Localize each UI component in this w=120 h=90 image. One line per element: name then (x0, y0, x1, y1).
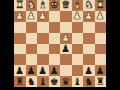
white-rook-icon: ♜ (15, 0, 24, 10)
white-pawn-icon: ♟ (38, 11, 47, 21)
black-pawn-icon: ♟ (38, 65, 47, 75)
square-g2[interactable]: ♟ (26, 11, 38, 22)
square-h2[interactable]: ♟ (14, 11, 26, 22)
black-pawn-icon: ♟ (96, 65, 105, 75)
white-knight-icon: ♞ (84, 0, 93, 10)
square-e1[interactable]: ♚ (49, 0, 61, 11)
square-c8[interactable]: ♝ (72, 76, 84, 87)
square-h8[interactable]: ♜ (14, 76, 26, 87)
black-queen-icon: ♛ (61, 76, 70, 86)
black-rook-icon: ♜ (96, 76, 105, 86)
square-f2[interactable]: ♟ (37, 11, 49, 22)
square-e2[interactable] (49, 11, 61, 22)
black-pawn-icon: ♟ (61, 43, 70, 53)
black-pawn-icon: ♟ (15, 65, 24, 75)
black-knight-icon: ♞ (84, 76, 93, 86)
square-g8[interactable]: ♞ (26, 76, 38, 87)
square-f4[interactable] (37, 33, 49, 44)
square-b3[interactable] (83, 22, 95, 33)
square-a4[interactable] (95, 33, 107, 44)
white-pawn-icon: ♟ (15, 11, 24, 21)
white-pawn-icon: ♟ (73, 11, 82, 21)
black-pawn-icon: ♟ (50, 65, 59, 75)
letterbox-strip (0, 87, 120, 90)
square-f8[interactable]: ♝ (37, 76, 49, 87)
square-c5[interactable] (72, 44, 84, 55)
square-b5[interactable] (83, 44, 95, 55)
white-queen-icon: ♛ (61, 0, 70, 10)
black-king-icon: ♚ (50, 76, 59, 86)
square-e8[interactable]: ♚ (49, 76, 61, 87)
white-pawn-icon: ♟ (61, 33, 70, 43)
square-d6[interactable] (60, 54, 72, 65)
black-bishop-icon: ♝ (73, 76, 82, 86)
square-d2[interactable] (60, 11, 72, 22)
white-rook-icon: ♜ (96, 0, 105, 10)
square-b2[interactable]: ♟ (83, 11, 95, 22)
square-a8[interactable]: ♜ (95, 76, 107, 87)
square-d5[interactable]: ♟ (60, 44, 72, 55)
square-e4[interactable] (49, 33, 61, 44)
white-pawn-icon: ♟ (84, 11, 93, 21)
black-rook-icon: ♜ (15, 76, 24, 86)
white-bishop-icon: ♝ (38, 0, 47, 10)
white-pawn-icon: ♟ (27, 11, 36, 21)
black-pawn-icon: ♟ (27, 65, 36, 75)
square-b4[interactable] (83, 33, 95, 44)
square-a2[interactable]: ♟ (95, 11, 107, 22)
square-d8[interactable]: ♛ (60, 76, 72, 87)
square-h5[interactable] (14, 44, 26, 55)
square-d1[interactable]: ♛ (60, 0, 72, 11)
black-knight-icon: ♞ (27, 76, 36, 86)
square-a3[interactable] (95, 22, 107, 33)
square-f5[interactable] (37, 44, 49, 55)
white-knight-icon: ♞ (27, 0, 36, 10)
square-c3[interactable] (72, 22, 84, 33)
white-king-icon: ♚ (50, 0, 59, 10)
square-h3[interactable] (14, 22, 26, 33)
white-pawn-icon: ♟ (96, 11, 105, 21)
square-g3[interactable] (26, 22, 38, 33)
black-bishop-icon: ♝ (38, 76, 47, 86)
white-bishop-icon: ♝ (73, 0, 82, 10)
square-c6[interactable] (72, 54, 84, 65)
square-c4[interactable] (72, 33, 84, 44)
square-b8[interactable]: ♞ (83, 76, 95, 87)
square-e5[interactable] (49, 44, 61, 55)
square-c2[interactable]: ♟ (72, 11, 84, 22)
chess-board: ♜♞♝♚♛♝♞♜♟♟♟♟♟♟♟♟♟♟♟♟♟♟♜♞♝♚♛♝♞♜ (14, 0, 106, 87)
video-frame: ♜♞♝♚♛♝♞♜♟♟♟♟♟♟♟♟♟♟♟♟♟♟♜♞♝♚♛♝♞♜ (0, 0, 120, 90)
square-h4[interactable] (14, 33, 26, 44)
square-a5[interactable] (95, 44, 107, 55)
black-pawn-icon: ♟ (84, 65, 93, 75)
square-f3[interactable] (37, 22, 49, 33)
square-g5[interactable] (26, 44, 38, 55)
square-g4[interactable] (26, 33, 38, 44)
square-e3[interactable] (49, 22, 61, 33)
